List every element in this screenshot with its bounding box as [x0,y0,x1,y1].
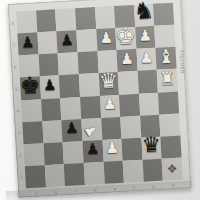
square-h4 [158,91,179,114]
square-c6 [58,52,79,75]
square-h1: ❖ [162,157,183,180]
square-e5: ♛ [98,72,119,95]
black-pawn-a7: ♟ [21,35,35,51]
square-h8 [153,3,174,26]
square-d4 [80,96,101,119]
square-f2 [122,137,143,160]
square-g6: ♟ [136,48,157,71]
rank-label-7: 7 [13,42,16,47]
white-pawn-e4: ♟ [103,96,117,112]
file-label-a: a [35,190,38,195]
file-label-e: e [114,186,117,191]
white-queen-e5: ♛ [99,70,119,92]
file-label-h: h [172,182,175,187]
square-f3 [120,115,141,138]
white-pawn-e2: ♟ [105,141,119,157]
square-g5 [137,70,158,93]
rank-label-8: 8 [11,20,14,25]
square-b4 [41,98,62,121]
square-f6: ♟ [117,49,138,72]
square-d5 [79,73,100,96]
square-a3 [22,121,43,144]
square-b7 [37,31,58,54]
square-b2 [43,142,64,165]
white-pawn-d3-fallen: ♟ [82,122,99,139]
white-king-f7: ♚ [115,24,137,48]
file-label-c: c [74,188,76,193]
square-c4 [60,97,81,120]
square-h2 [161,135,182,158]
rank-label-2: 2 [19,153,22,158]
square-g8: ♞ [134,4,155,27]
square-h3 [159,113,180,136]
file-label-f: f [133,185,135,190]
black-pawn-b5: ♟ [43,78,57,94]
square-f7: ♚ [115,27,136,50]
black-pawn-c7: ♟ [60,32,74,48]
square-e7: ♟ [96,28,117,51]
square-c8 [55,8,76,31]
square-d7 [76,29,97,52]
square-d8 [75,7,96,30]
black-knight-g8: ♞ [133,0,155,22]
rank-label-5: 5 [15,86,18,91]
square-b3 [42,120,63,143]
square-d2: ♟ [82,140,103,163]
square-d1 [84,162,105,185]
square-e2: ♟ [102,139,123,162]
white-pawn-f6: ♟ [120,51,134,67]
file-label-b: b [55,189,58,194]
photo-of-chessboard: ♞♟♟♟♚♟♟♟♝♚♟♛♜♟♟♟♟♟♛❖ abcdefgh 87654321 F… [0,0,200,200]
square-c7: ♟ [57,30,78,53]
square-e8 [95,6,116,29]
square-g7: ♟ [135,26,156,49]
square-e1 [103,161,124,184]
square-d3: ♟ [81,118,102,141]
square-a8 [16,10,37,33]
square-c5 [59,75,80,98]
black-pawn-c3: ♟ [65,121,79,137]
black-queen-g2: ♛ [141,134,161,156]
board-brand-text: FISCHER [176,50,185,74]
square-g1 [142,158,163,181]
square-d6 [77,51,98,74]
square-g4 [139,92,160,115]
white-pawn-g7: ♟ [138,28,152,44]
white-bishop-h6: ♝ [157,46,175,66]
rank-label-1: 1 [20,175,23,180]
white-pawn-e7: ♟ [99,30,113,46]
square-b1 [44,164,65,187]
square-f1 [123,160,144,183]
square-c1 [64,163,85,186]
board-corner-logo-icon: ❖ [167,162,178,176]
black-pawn-d2: ♟ [86,142,100,158]
square-b8 [36,9,57,32]
file-label-d: d [94,187,97,192]
square-a2 [24,143,45,166]
square-c2 [63,141,84,164]
file-label-g: g [152,184,155,189]
black-king-a5: ♚ [19,73,41,97]
white-rook-h5: ♜ [159,69,176,88]
square-a7: ♟ [17,33,38,56]
square-a1 [25,165,46,188]
square-a5: ♚ [20,77,41,100]
square-e3 [101,116,122,139]
square-h5: ♜ [157,69,178,92]
chess-board: ♞♟♟♟♚♟♟♟♝♚♟♛♜♟♟♟♟♟♛❖ abcdefgh 87654321 F… [8,0,192,198]
square-b5: ♟ [39,76,60,99]
board-grid: ♞♟♟♟♚♟♟♟♝♚♟♛♜♟♟♟♟♟♛❖ [16,3,183,188]
square-c3: ♟ [62,119,83,142]
white-pawn-g6: ♟ [139,50,153,66]
square-a4 [21,99,42,122]
square-g2: ♛ [141,136,162,159]
square-b6 [38,54,59,77]
square-f5 [118,71,139,94]
square-e4: ♟ [99,94,120,117]
rank-label-4: 4 [16,109,19,114]
square-f4 [119,93,140,116]
rank-label-3: 3 [18,131,21,136]
rank-label-6: 6 [14,64,17,69]
